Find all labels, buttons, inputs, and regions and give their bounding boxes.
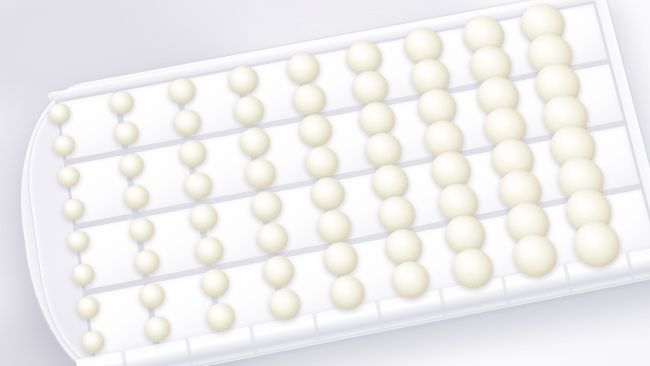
pearl xyxy=(225,63,260,97)
pearl xyxy=(107,89,135,117)
pearl xyxy=(284,50,323,87)
pearl xyxy=(388,258,432,302)
pearl xyxy=(260,253,297,290)
pearl xyxy=(71,261,96,287)
pearl xyxy=(302,143,341,181)
pearl xyxy=(266,286,303,323)
pearl xyxy=(142,314,171,344)
pearl xyxy=(177,138,209,170)
pearl xyxy=(112,120,140,148)
pearl xyxy=(231,94,266,128)
pearl xyxy=(80,328,106,355)
pearl xyxy=(204,300,237,334)
pearl xyxy=(171,107,203,138)
pearl xyxy=(199,267,232,300)
pearl xyxy=(75,295,100,321)
pearl xyxy=(242,156,278,191)
photo-background xyxy=(0,0,650,366)
pearl xyxy=(308,175,348,214)
pearl xyxy=(321,239,361,279)
pearl xyxy=(61,196,86,221)
pearl xyxy=(296,112,335,150)
pearl xyxy=(327,272,368,312)
pearl xyxy=(290,81,329,119)
pearl xyxy=(132,248,161,277)
pearl xyxy=(314,207,354,246)
pearl xyxy=(52,133,77,158)
pearl xyxy=(66,229,91,255)
pearl xyxy=(188,202,220,234)
pearl xyxy=(182,170,214,202)
pearl xyxy=(254,220,290,256)
pearl xyxy=(122,183,151,212)
pearl xyxy=(236,125,272,160)
pearl xyxy=(127,215,156,244)
pearl xyxy=(166,76,198,107)
pearl xyxy=(47,102,71,126)
pearl xyxy=(248,188,284,224)
pearl xyxy=(117,151,145,179)
pearl xyxy=(56,164,81,189)
pearl xyxy=(193,234,226,267)
pearl xyxy=(137,281,166,311)
